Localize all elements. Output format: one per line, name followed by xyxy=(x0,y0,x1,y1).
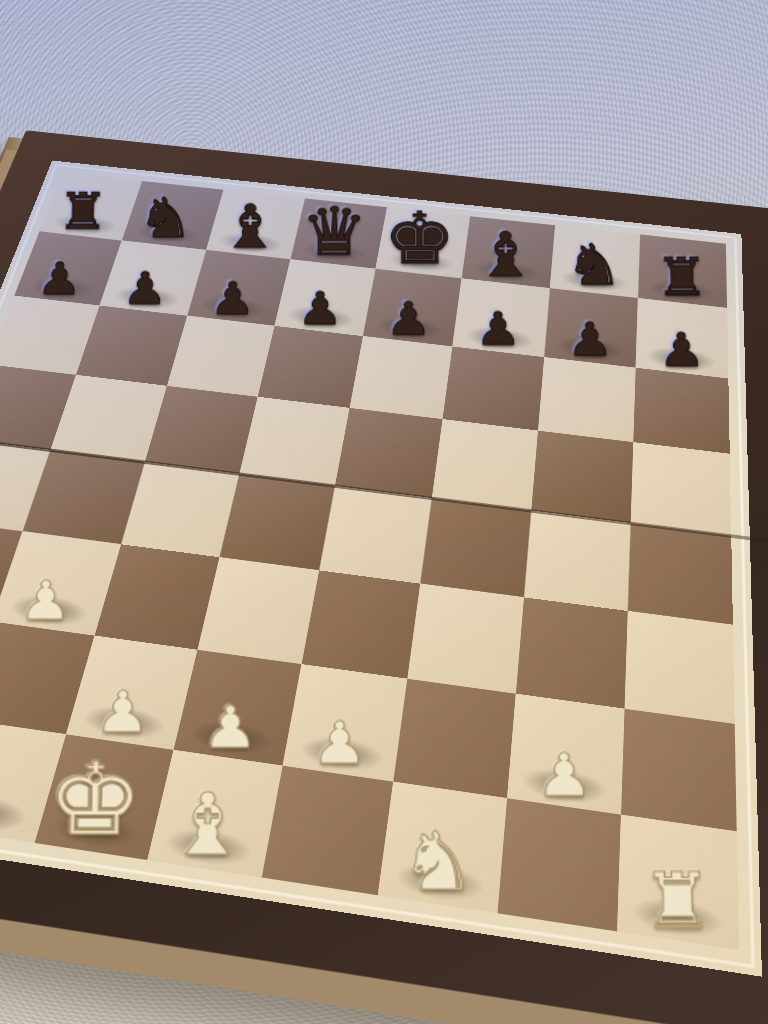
square-g1 xyxy=(497,798,621,932)
square-e8: ♚ xyxy=(376,207,471,278)
black-knight-b8: ♞ xyxy=(123,193,209,245)
black-queen-d8: ♛ xyxy=(291,201,377,264)
square-d6 xyxy=(257,325,363,407)
square-h8: ♜ xyxy=(638,234,727,308)
square-g4 xyxy=(523,510,630,611)
black-pawn-g7: ♟ xyxy=(543,317,635,361)
square-h1: ♜ xyxy=(617,814,739,950)
square-e3 xyxy=(302,571,421,678)
black-pawn-c7: ♟ xyxy=(187,277,276,319)
white-queen-b1: ♛ xyxy=(0,743,41,831)
square-f5 xyxy=(432,419,537,510)
square-h5 xyxy=(630,442,731,536)
square-h6 xyxy=(633,367,730,453)
square-g8: ♞ xyxy=(549,225,639,298)
black-pawn-f7: ♟ xyxy=(453,307,544,350)
white-knight-f1: ♞ xyxy=(379,824,498,901)
black-bishop-c8: ♝ xyxy=(206,198,292,255)
white-king-c1: ♚ xyxy=(35,754,152,849)
white-bishop-d1: ♝ xyxy=(148,784,265,865)
square-e7: ♟ xyxy=(363,269,462,346)
square-g6 xyxy=(537,357,635,442)
square-b5 xyxy=(51,375,167,462)
square-d7: ♟ xyxy=(274,260,375,336)
square-h7: ♟ xyxy=(635,298,728,378)
square-g5 xyxy=(531,430,633,523)
square-f3 xyxy=(408,584,524,693)
square-f7: ♟ xyxy=(453,279,550,357)
square-e5 xyxy=(335,408,443,498)
board-grid: ♜♞♝♛♚♝♞♜♟♟♟♟♟♟♟♟♟♟♟♟♟♟♜♛♚♝♞♜ xyxy=(0,172,739,950)
black-bishop-f8: ♝ xyxy=(462,225,550,283)
black-king-e8: ♚ xyxy=(376,206,463,274)
square-d1: ♝ xyxy=(147,749,283,877)
carpet-background: ♜♞♝♛♚♝♞♜♟♟♟♟♟♟♟♟♟♟♟♟♟♟♜♛♚♝♞♜ JAQUES LOND… xyxy=(0,0,768,1024)
square-e1 xyxy=(262,765,394,895)
photo-viewport: ♜♞♝♛♚♝♞♜♟♟♟♟♟♟♟♟♟♟♟♟♟♟♜♛♚♝♞♜ JAQUES LOND… xyxy=(0,0,768,1024)
board-border-band: ♜♞♝♛♚♝♞♜♟♟♟♟♟♟♟♟♟♟♟♟♟♟♜♛♚♝♞♜ xyxy=(0,161,762,977)
black-pawn-b7: ♟ xyxy=(100,267,189,309)
square-g7: ♟ xyxy=(544,288,638,367)
square-e6 xyxy=(350,336,453,419)
square-d8: ♛ xyxy=(290,198,387,269)
square-f4 xyxy=(420,498,530,598)
white-pawn-c2: ♟ xyxy=(66,685,177,740)
square-f1: ♞ xyxy=(378,781,506,913)
white-pawn-b3: ♟ xyxy=(0,575,99,626)
chess-board: ♜♞♝♛♚♝♞♜♟♟♟♟♟♟♟♟♟♟♟♟♟♟♜♛♚♝♞♜ JAQUES LOND… xyxy=(0,130,768,1024)
square-g3 xyxy=(515,598,627,708)
square-h2 xyxy=(621,708,737,831)
black-pawn-h7: ♟ xyxy=(635,328,728,372)
square-e4 xyxy=(319,486,432,584)
square-f8: ♝ xyxy=(462,216,555,288)
square-d5 xyxy=(239,396,350,485)
square-c5 xyxy=(144,385,257,473)
black-pawn-e7: ♟ xyxy=(364,297,454,340)
square-d4 xyxy=(219,474,335,571)
square-e2: ♟ xyxy=(283,663,408,781)
black-pawn-d7: ♟ xyxy=(275,287,365,330)
square-c8: ♝ xyxy=(206,190,305,260)
square-h4 xyxy=(627,523,733,625)
black-rook-h8: ♜ xyxy=(637,252,727,302)
square-f2 xyxy=(394,678,515,798)
square-g2: ♟ xyxy=(506,693,624,814)
square-d2: ♟ xyxy=(173,649,301,765)
square-c6 xyxy=(166,315,274,396)
white-pawn-e2: ♟ xyxy=(283,716,395,771)
black-knight-g8: ♞ xyxy=(549,239,638,293)
black-rook-a8: ♜ xyxy=(40,188,126,236)
white-pawn-g2: ♟ xyxy=(506,747,620,803)
square-f6 xyxy=(443,346,544,430)
white-pawn-d2: ♟ xyxy=(174,700,286,755)
white-rook-h1: ♜ xyxy=(616,865,738,937)
black-pawn-a7: ♟ xyxy=(15,258,104,300)
board-walnut-frame: ♜♞♝♛♚♝♞♜♟♟♟♟♟♟♟♟♟♟♟♟♟♟♜♛♚♝♞♜ JAQUES LOND… xyxy=(0,130,768,1024)
square-d3 xyxy=(197,557,319,663)
square-h3 xyxy=(624,611,735,723)
